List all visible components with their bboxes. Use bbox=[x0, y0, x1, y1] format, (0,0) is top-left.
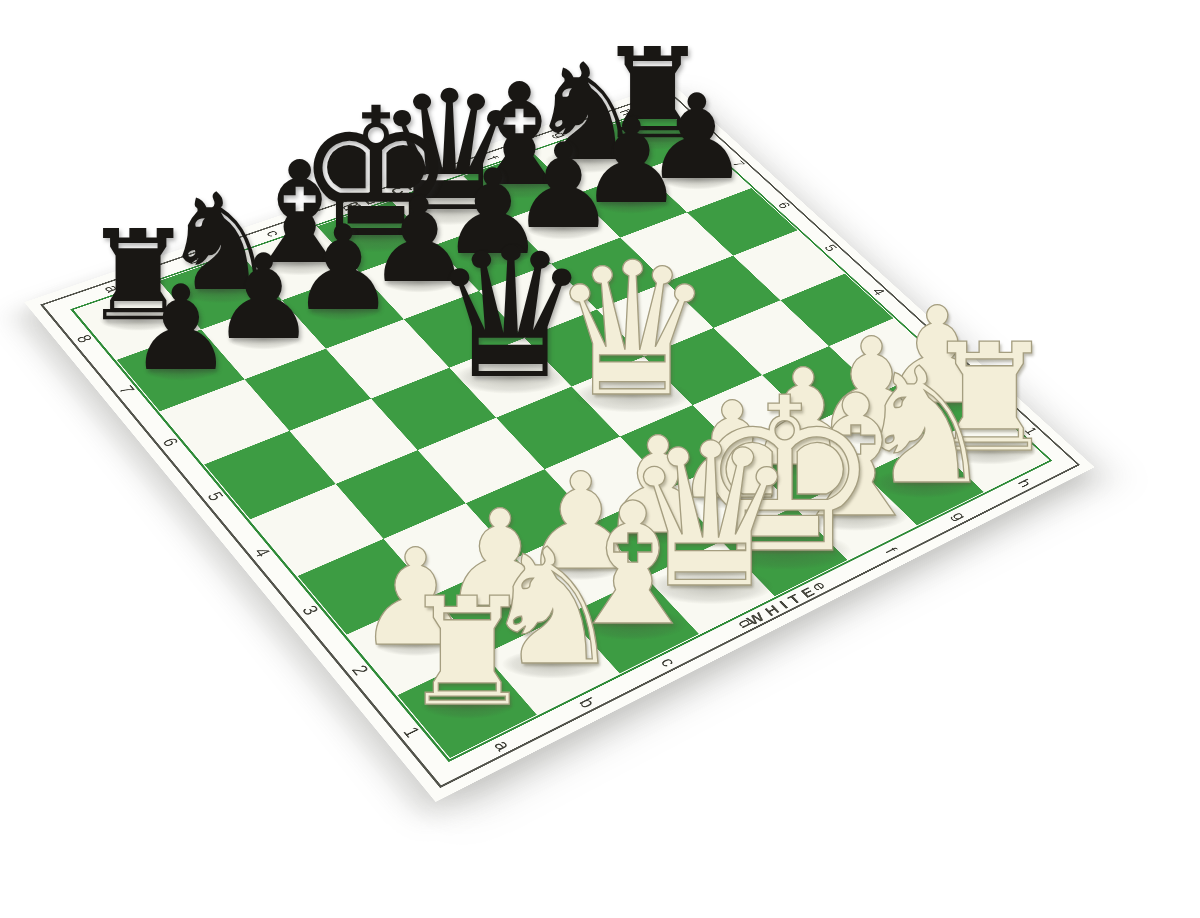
chess-board-3d-wrapper: WHITE BLACK 88aa77bb66cc55dd44ee33ff22gg… bbox=[75, 107, 1048, 758]
vinyl-mat: WHITE BLACK 88aa77bb66cc55dd44ee33ff22gg… bbox=[24, 83, 1094, 802]
board-grid bbox=[75, 107, 1048, 758]
chess-set-photo: WHITE BLACK 88aa77bb66cc55dd44ee33ff22gg… bbox=[0, 0, 1200, 918]
